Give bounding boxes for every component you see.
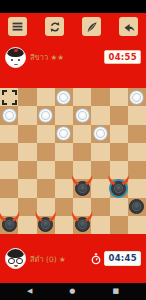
feather-quill-icon <box>85 20 99 34</box>
square-r0c3[interactable] <box>55 88 73 106</box>
square-r4c0[interactable] <box>0 161 18 179</box>
square-r6c7[interactable] <box>128 198 146 216</box>
square-r5c3[interactable] <box>55 179 73 197</box>
opponent-name: สีขาว ★★ <box>30 51 104 63</box>
square-r5c0[interactable] <box>0 179 18 197</box>
black-piece[interactable] <box>111 181 126 196</box>
bracket-corner <box>2 100 7 105</box>
hamburger-menu-icon <box>11 20 24 33</box>
square-r2c7[interactable] <box>128 125 146 143</box>
top-panel: สีขาว ★★ 04:55 <box>0 13 146 88</box>
avatar-mouth <box>14 265 18 267</box>
square-r2c3[interactable] <box>55 125 73 143</box>
avatar-eye <box>11 59 13 62</box>
player-name: สีดำ (0) ★ <box>30 253 91 265</box>
square-r0c4[interactable] <box>73 88 91 106</box>
black-piece[interactable] <box>75 217 90 232</box>
square-r7c6[interactable] <box>110 216 128 234</box>
square-r4c5[interactable] <box>91 161 109 179</box>
square-r1c4[interactable] <box>73 106 91 124</box>
black-piece[interactable] <box>75 181 90 196</box>
white-piece[interactable] <box>75 108 90 123</box>
back-icon[interactable]: ◀ <box>27 288 32 295</box>
square-r3c5[interactable] <box>91 143 109 161</box>
square-r4c4[interactable] <box>73 161 91 179</box>
black-piece[interactable] <box>2 217 17 232</box>
refresh-button[interactable] <box>45 17 64 36</box>
square-r4c2[interactable] <box>37 161 55 179</box>
bracket-corner <box>12 90 17 95</box>
bracket-corner <box>2 90 7 95</box>
square-r1c7[interactable] <box>128 106 146 124</box>
square-r3c0[interactable] <box>0 143 18 161</box>
square-r1c0[interactable] <box>0 106 18 124</box>
stopwatch-icon <box>91 253 101 265</box>
square-r6c3[interactable] <box>55 198 73 216</box>
square-r2c5[interactable] <box>91 125 109 143</box>
square-r0c0[interactable] <box>0 88 18 106</box>
opponent-timer: 04:55 <box>104 50 141 65</box>
white-piece[interactable] <box>56 126 71 141</box>
square-r0c6[interactable] <box>110 88 128 106</box>
opponent-info: สีขาว ★★ 04:55 <box>0 46 146 68</box>
board-area <box>0 88 146 234</box>
bottom-panel: สีดำ (0) ★ 04:45 <box>0 234 146 283</box>
square-r7c1[interactable] <box>18 216 36 234</box>
square-r0c7[interactable] <box>128 88 146 106</box>
avatar-hair <box>7 248 24 258</box>
square-r7c0[interactable] <box>0 216 18 234</box>
square-r6c4[interactable] <box>73 198 91 216</box>
undo-back-arrow-icon <box>122 20 136 34</box>
square-r6c6[interactable] <box>110 198 128 216</box>
square-r7c7[interactable] <box>128 216 146 234</box>
toolbar <box>0 17 146 36</box>
white-piece[interactable] <box>38 108 53 123</box>
square-r6c2[interactable] <box>37 198 55 216</box>
square-r0c1[interactable] <box>18 88 36 106</box>
square-r1c6[interactable] <box>110 106 128 124</box>
square-r5c5[interactable] <box>91 179 109 197</box>
square-r1c2[interactable] <box>37 106 55 124</box>
square-r4c6[interactable] <box>110 161 128 179</box>
square-r2c2[interactable] <box>37 125 55 143</box>
square-r2c0[interactable] <box>0 125 18 143</box>
avatar-mouth <box>14 64 18 66</box>
square-r2c4[interactable] <box>73 125 91 143</box>
undo-button[interactable] <box>119 17 138 36</box>
player-info: สีดำ (0) ★ 04:45 <box>0 248 146 270</box>
square-r3c6[interactable] <box>110 143 128 161</box>
home-icon[interactable]: ● <box>69 288 75 295</box>
square-r6c1[interactable] <box>18 198 36 216</box>
feather-button[interactable] <box>82 17 101 36</box>
refresh-arrows-icon <box>48 20 62 34</box>
avatar-bow <box>14 49 18 52</box>
square-r0c5[interactable] <box>91 88 109 106</box>
avatar-eye <box>18 59 20 62</box>
square-r2c6[interactable] <box>110 125 128 143</box>
android-nav-bar: ◀ ● ■ <box>0 283 146 300</box>
avatar-glasses <box>8 258 14 264</box>
square-r3c7[interactable] <box>128 143 146 161</box>
square-r4c7[interactable] <box>128 161 146 179</box>
bracket-corner <box>12 100 17 105</box>
square-r1c3[interactable] <box>55 106 73 124</box>
selection-brackets <box>2 90 17 105</box>
status-bar <box>0 0 146 13</box>
square-r5c6[interactable] <box>110 179 128 197</box>
square-r1c5[interactable] <box>91 106 109 124</box>
black-piece[interactable] <box>38 217 53 232</box>
square-r3c3[interactable] <box>55 143 73 161</box>
square-r7c4[interactable] <box>73 216 91 234</box>
player-avatar <box>5 248 26 269</box>
square-r5c1[interactable] <box>18 179 36 197</box>
square-r3c2[interactable] <box>37 143 55 161</box>
player-timer: 04:45 <box>104 251 141 266</box>
recents-icon[interactable]: ■ <box>112 288 119 295</box>
board <box>0 88 146 234</box>
square-r5c2[interactable] <box>37 179 55 197</box>
square-r6c0[interactable] <box>0 198 18 216</box>
square-r7c3[interactable] <box>55 216 73 234</box>
menu-button[interactable] <box>8 17 27 36</box>
avatar-glasses <box>16 258 22 264</box>
square-r4c1[interactable] <box>18 161 36 179</box>
square-r7c5[interactable] <box>91 216 109 234</box>
square-r7c2[interactable] <box>37 216 55 234</box>
opponent-avatar <box>5 47 26 68</box>
square-r2c1[interactable] <box>18 125 36 143</box>
white-piece[interactable] <box>129 90 144 105</box>
white-piece[interactable] <box>2 108 17 123</box>
square-r5c4[interactable] <box>73 179 91 197</box>
white-piece[interactable] <box>56 90 71 105</box>
black-piece[interactable] <box>129 199 144 214</box>
square-r4c3[interactable] <box>55 161 73 179</box>
square-r5c7[interactable] <box>128 179 146 197</box>
square-r3c4[interactable] <box>73 143 91 161</box>
square-r3c1[interactable] <box>18 143 36 161</box>
white-piece[interactable] <box>93 126 108 141</box>
square-r1c1[interactable] <box>18 106 36 124</box>
app-window: สีขาว ★★ 04:55 สีดำ (0) ★ 04:45 ◀ ● <box>0 0 146 300</box>
square-r0c2[interactable] <box>37 88 55 106</box>
square-r6c5[interactable] <box>91 198 109 216</box>
